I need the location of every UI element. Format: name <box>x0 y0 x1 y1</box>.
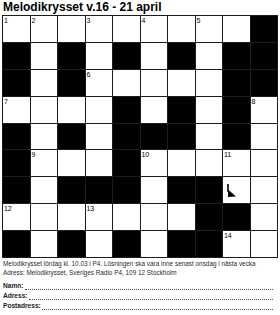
block-cell <box>196 231 223 257</box>
block-cell <box>3 70 30 96</box>
block-cell <box>251 70 278 96</box>
grid-cell[interactable] <box>86 43 113 69</box>
clue-number: 8 <box>252 97 256 106</box>
clue-number: 6 <box>87 70 91 79</box>
grid-cell[interactable] <box>86 150 113 176</box>
block-cell <box>168 124 195 150</box>
block-cell <box>86 177 113 203</box>
block-cell <box>113 124 140 150</box>
name-field: Namn: <box>3 281 273 290</box>
clue-number: 9 <box>32 150 36 159</box>
clue-number: 10 <box>142 150 149 159</box>
grid-cell[interactable] <box>31 177 58 203</box>
block-cell <box>113 231 140 257</box>
grid-cell[interactable] <box>31 124 58 150</box>
grid-cell[interactable]: 3 <box>86 16 113 42</box>
grid-cell[interactable] <box>86 231 113 257</box>
clue-number: 1 <box>4 16 8 25</box>
grid-cell[interactable] <box>141 70 168 96</box>
grid-cell[interactable]: 2 <box>31 16 58 42</box>
block-cell <box>223 124 250 150</box>
block-cell <box>223 97 250 123</box>
crossword-grid: 1234567891011 121314 <box>2 15 278 258</box>
grid-cell[interactable]: 11 <box>223 150 250 176</box>
grid-cell[interactable] <box>251 204 278 230</box>
block-cell <box>223 70 250 96</box>
entry-form: Namn: Adress: Postadress: <box>3 281 273 311</box>
grid-cell[interactable]: 9 <box>31 150 58 176</box>
block-cell <box>168 231 195 257</box>
grid-cell[interactable]: 8 <box>251 97 278 123</box>
clue-number: 14 <box>224 231 231 240</box>
grid-cell[interactable] <box>31 97 58 123</box>
block-cell <box>251 43 278 69</box>
clue-number: 13 <box>87 204 94 213</box>
block-cell <box>58 177 85 203</box>
block-cell <box>3 150 30 176</box>
grid-cell[interactable] <box>196 43 223 69</box>
block-cell <box>113 43 140 69</box>
grid-cell[interactable] <box>113 16 140 42</box>
name-field-dotted-line <box>25 289 273 290</box>
name-field-label: Namn: <box>3 282 24 290</box>
cursor-icon <box>225 184 237 198</box>
block-cell <box>196 177 223 203</box>
grid-cell[interactable] <box>196 124 223 150</box>
grid-cell[interactable] <box>58 16 85 42</box>
postal-address-field: Postadress: <box>3 301 273 310</box>
clue-number: 12 <box>4 204 11 213</box>
block-cell <box>3 43 30 69</box>
grid-cell[interactable] <box>141 231 168 257</box>
grid-cell[interactable]: 6 <box>86 70 113 96</box>
block-cell <box>168 43 195 69</box>
grid-cell[interactable] <box>58 97 85 123</box>
grid-cell[interactable] <box>168 204 195 230</box>
grid-cell[interactable] <box>86 124 113 150</box>
grid-cell[interactable] <box>251 177 278 203</box>
grid-cell[interactable] <box>141 97 168 123</box>
grid-cell[interactable] <box>223 16 250 42</box>
grid-cell[interactable] <box>113 204 140 230</box>
block-cell <box>196 204 223 230</box>
block-cell <box>3 231 30 257</box>
block-cell <box>3 124 30 150</box>
grid-cell[interactable] <box>196 97 223 123</box>
clue-number: 4 <box>142 16 146 25</box>
grid-cell[interactable] <box>141 177 168 203</box>
block-cell <box>223 43 250 69</box>
block-cell <box>113 150 140 176</box>
grid-cell[interactable]: 10 <box>141 150 168 176</box>
grid-cell[interactable] <box>251 231 278 257</box>
grid-cell[interactable] <box>196 70 223 96</box>
grid-cell[interactable] <box>31 204 58 230</box>
footer-address-line: Adress: Melodikrysset, Sveriges Radio P4… <box>3 269 278 277</box>
postal-address-field-dotted-line <box>42 309 273 310</box>
address-field-label: Adress: <box>3 292 28 300</box>
grid-cell[interactable] <box>31 43 58 69</box>
block-cell <box>168 97 195 123</box>
grid-cell[interactable] <box>223 177 250 203</box>
grid-cell[interactable] <box>168 150 195 176</box>
grid-cell[interactable] <box>113 70 140 96</box>
block-cell <box>168 177 195 203</box>
grid-cell[interactable] <box>141 204 168 230</box>
grid-cell[interactable] <box>58 150 85 176</box>
grid-cell[interactable] <box>168 16 195 42</box>
footer-info-line: Melodikrysset lördag kl. 10.03 i P4. Lös… <box>3 260 278 268</box>
block-cell <box>141 124 168 150</box>
block-cell <box>251 16 278 42</box>
grid-cell[interactable] <box>86 97 113 123</box>
grid-cell[interactable] <box>31 70 58 96</box>
grid-cell[interactable]: 4 <box>141 16 168 42</box>
grid-cell[interactable]: 12 <box>3 204 30 230</box>
grid-cell[interactable] <box>141 43 168 69</box>
address-field-dotted-line <box>29 299 273 300</box>
block-cell <box>113 97 140 123</box>
block-cell <box>113 177 140 203</box>
grid-cell[interactable] <box>31 231 58 257</box>
grid-cell[interactable] <box>196 150 223 176</box>
block-cell <box>58 70 85 96</box>
page-title: Melodikrysset v.16 - 21 april <box>3 0 277 14</box>
grid-cell[interactable] <box>251 150 278 176</box>
block-cell <box>223 204 250 230</box>
block-cell <box>58 231 85 257</box>
block-cell <box>58 124 85 150</box>
grid-cell[interactable]: 14 <box>223 231 250 257</box>
grid-cell[interactable]: 7 <box>3 97 30 123</box>
grid-cell[interactable]: 5 <box>196 16 223 42</box>
clue-number: 3 <box>87 16 91 25</box>
clue-number: 11 <box>224 150 231 159</box>
grid-cell[interactable] <box>168 70 195 96</box>
block-cell <box>3 177 30 203</box>
clue-number: 5 <box>197 16 201 25</box>
grid-cell[interactable] <box>251 124 278 150</box>
clue-number: 2 <box>32 16 36 25</box>
clue-number: 7 <box>4 97 8 106</box>
block-cell <box>58 43 85 69</box>
grid-cell[interactable]: 13 <box>86 204 113 230</box>
grid-cell[interactable]: 1 <box>3 16 30 42</box>
address-field: Adress: <box>3 291 273 300</box>
grid-cell[interactable] <box>58 204 85 230</box>
postal-address-field-label: Postadress: <box>3 302 41 310</box>
